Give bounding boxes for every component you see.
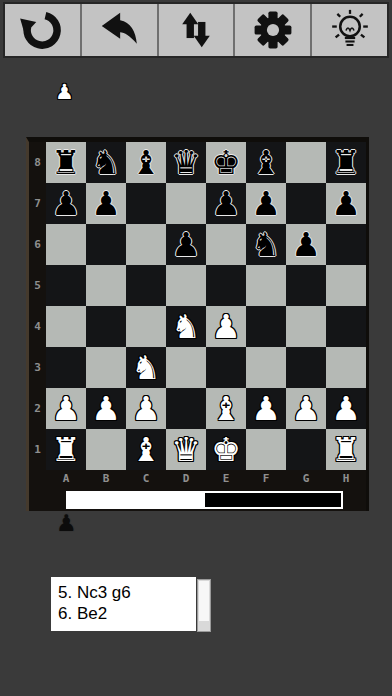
square-b1[interactable] [86,429,126,470]
square-g2[interactable]: ♟ [286,388,326,429]
rank-label: 3 [29,347,46,388]
file-label: D [166,470,206,486]
square-c2[interactable]: ♟ [126,388,166,429]
board-corner [29,470,46,486]
square-f7[interactable]: ♟ [246,183,286,224]
square-e6[interactable] [206,224,246,265]
square-d6[interactable]: ♟ [166,224,206,265]
hint-button[interactable] [312,4,387,56]
piece-black-knight: ♞ [251,224,281,265]
piece-white-queen: ♛ [171,429,201,470]
chess-board-grid: 8♜♞♝♛♚♝♜7♟♟♟♟♟6♟♞♟54♞♟3♞2♟♟♟♝♟♟♟1♜♝♛♚♜AB… [29,142,366,511]
restart-undo-icon [19,7,65,53]
move-list-scrollbar[interactable] [197,579,211,632]
square-b6[interactable] [86,224,126,265]
square-e3[interactable] [206,347,246,388]
square-g8[interactable] [286,142,326,183]
piece-black-pawn: ♟ [51,183,81,224]
piece-white-king: ♚ [211,429,241,470]
square-d5[interactable] [166,265,206,306]
square-f1[interactable] [246,429,286,470]
square-g3[interactable] [286,347,326,388]
square-d7[interactable] [166,183,206,224]
square-c6[interactable] [126,224,166,265]
square-b2[interactable]: ♟ [86,388,126,429]
square-b4[interactable] [86,306,126,347]
captured-tray-bottom: ♟ [56,511,77,535]
chess-board: 8♜♞♝♛♚♝♜7♟♟♟♟♟6♟♞♟54♞♟3♞2♟♟♟♝♟♟♟1♜♝♛♚♜AB… [26,137,369,511]
piece-white-pawn: ♟ [211,306,241,347]
square-b5[interactable] [86,265,126,306]
square-f3[interactable] [246,347,286,388]
square-b3[interactable] [86,347,126,388]
file-label: B [86,470,126,486]
piece-black-bishop: ♝ [251,142,281,183]
square-a7[interactable]: ♟ [46,183,86,224]
file-label: C [126,470,166,486]
settings-button[interactable] [235,4,312,56]
square-e4[interactable]: ♟ [206,306,246,347]
move-line: 5. Nc3 g6 [58,582,196,603]
chess-app-screen: ♟ 8♜♞♝♛♚♝♜7♟♟♟♟♟6♟♞♟54♞♟3♞2♟♟♟♝♟♟♟1♜♝♛♚♜… [0,0,392,696]
move-list[interactable]: 4. Nxd4 Nf6 5. Nc3 g6 6. Be2 [51,577,196,631]
piece-black-pawn: ♟ [91,183,121,224]
square-d3[interactable] [166,347,206,388]
scrollbar-thumb[interactable] [199,581,209,621]
square-h6[interactable] [326,224,366,265]
piece-white-bishop: ♝ [131,429,161,470]
piece-black-pawn: ♟ [251,183,281,224]
square-e5[interactable] [206,265,246,306]
piece-white-pawn: ♟ [331,388,361,429]
captured-tray-top: ♟ [55,80,74,104]
square-b8[interactable]: ♞ [86,142,126,183]
settings-gear-icon [250,7,296,53]
rank-label: 4 [29,306,46,347]
square-d8[interactable]: ♛ [166,142,206,183]
square-c7[interactable] [126,183,166,224]
rank-label: 8 [29,142,46,183]
square-f8[interactable]: ♝ [246,142,286,183]
piece-white-knight: ♞ [171,306,201,347]
square-g5[interactable] [286,265,326,306]
piece-black-pawn: ♟ [291,224,321,265]
piece-white-pawn: ♟ [251,388,281,429]
square-g6[interactable]: ♟ [286,224,326,265]
file-label: H [326,470,366,486]
flip-board-icon [173,7,219,53]
captured-black-pawn: ♟ [56,511,77,535]
square-e7[interactable]: ♟ [206,183,246,224]
file-label: G [286,470,326,486]
piece-white-pawn: ♟ [51,388,81,429]
flip-board-button[interactable] [159,4,236,56]
rank-label: 2 [29,388,46,429]
eval-bar-black-fill [205,493,342,507]
rank-label: 7 [29,183,46,224]
square-e8[interactable]: ♚ [206,142,246,183]
move-line: 6. Be2 [58,603,196,624]
square-b7[interactable]: ♟ [86,183,126,224]
rank-label: 6 [29,224,46,265]
piece-black-pawn: ♟ [211,183,241,224]
piece-white-rook: ♜ [51,429,81,470]
square-a1[interactable]: ♜ [46,429,86,470]
square-d1[interactable]: ♛ [166,429,206,470]
piece-white-rook: ♜ [331,429,361,470]
piece-black-king: ♚ [211,142,241,183]
square-c8[interactable]: ♝ [126,142,166,183]
square-a3[interactable] [46,347,86,388]
piece-black-knight: ♞ [91,142,121,183]
square-h2[interactable]: ♟ [326,388,366,429]
square-g4[interactable] [286,306,326,347]
move-list-lines: 4. Nxd4 Nf6 5. Nc3 g6 6. Be2 [51,577,196,624]
back-button[interactable] [82,4,159,56]
square-h3[interactable] [326,347,366,388]
piece-black-rook: ♜ [331,142,361,183]
piece-black-pawn: ♟ [171,224,201,265]
piece-black-pawn: ♟ [331,183,361,224]
square-c5[interactable] [126,265,166,306]
square-f2[interactable]: ♟ [246,388,286,429]
square-c3[interactable]: ♞ [126,347,166,388]
square-h1[interactable]: ♜ [326,429,366,470]
square-f6[interactable]: ♞ [246,224,286,265]
square-f5[interactable] [246,265,286,306]
piece-black-bishop: ♝ [131,142,161,183]
captured-white-pawn: ♟ [55,80,74,104]
eval-bar [66,491,343,509]
restart-button[interactable] [5,4,82,56]
square-h5[interactable] [326,265,366,306]
square-e2[interactable]: ♝ [206,388,246,429]
file-label: E [206,470,246,486]
piece-black-queen: ♛ [171,142,201,183]
square-d2[interactable] [166,388,206,429]
rank-label: 5 [29,265,46,306]
piece-white-pawn: ♟ [91,388,121,429]
hint-lightbulb-icon [327,7,373,53]
square-c4[interactable] [126,306,166,347]
square-a6[interactable] [46,224,86,265]
square-d4[interactable]: ♞ [166,306,206,347]
piece-black-rook: ♜ [51,142,81,183]
rank-label: 1 [29,429,46,470]
square-a4[interactable] [46,306,86,347]
square-h8[interactable]: ♜ [326,142,366,183]
square-g1[interactable] [286,429,326,470]
toolbar [3,2,389,58]
square-h7[interactable]: ♟ [326,183,366,224]
back-arrow-icon [96,7,142,53]
square-f4[interactable] [246,306,286,347]
file-label: A [46,470,86,486]
piece-white-knight: ♞ [131,347,161,388]
piece-white-bishop: ♝ [211,388,241,429]
square-c1[interactable]: ♝ [126,429,166,470]
square-a8[interactable]: ♜ [46,142,86,183]
square-a5[interactable] [46,265,86,306]
file-label: F [246,470,286,486]
square-e1[interactable]: ♚ [206,429,246,470]
piece-white-pawn: ♟ [131,388,161,429]
square-g7[interactable] [286,183,326,224]
piece-white-pawn: ♟ [291,388,321,429]
square-h4[interactable] [326,306,366,347]
square-a2[interactable]: ♟ [46,388,86,429]
